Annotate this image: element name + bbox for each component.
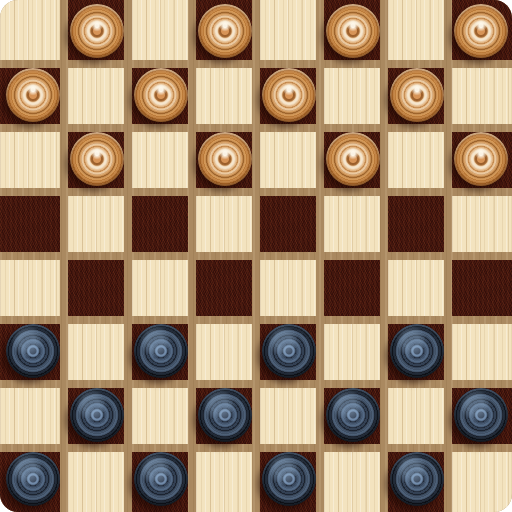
wood-piece[interactable] (198, 4, 252, 58)
square-r5c7 (452, 324, 512, 380)
blue-piece[interactable] (454, 388, 508, 442)
wood-piece[interactable] (134, 68, 188, 122)
square-r3c7 (452, 196, 512, 252)
square-r0c6 (388, 0, 444, 60)
wood-piece[interactable] (262, 68, 316, 122)
square-r6c0 (0, 388, 60, 444)
wood-piece[interactable] (326, 4, 380, 58)
square-r1c7 (452, 68, 512, 124)
square-r4c4 (260, 260, 316, 316)
wood-piece[interactable] (390, 68, 444, 122)
square-r4c6 (388, 260, 444, 316)
square-r7c1 (68, 452, 124, 512)
square-r3c6[interactable] (388, 196, 444, 252)
square-r7c7 (452, 452, 512, 512)
square-r4c7[interactable] (452, 260, 512, 316)
square-r2c0 (0, 132, 60, 188)
square-r0c2 (132, 0, 188, 60)
square-r3c3 (196, 196, 252, 252)
wood-piece[interactable] (454, 132, 508, 186)
blue-piece[interactable] (262, 324, 316, 378)
square-r3c0[interactable] (0, 196, 60, 252)
blue-piece[interactable] (134, 324, 188, 378)
blue-piece[interactable] (390, 452, 444, 506)
square-r7c3 (196, 452, 252, 512)
square-r3c1 (68, 196, 124, 252)
square-r5c1 (68, 324, 124, 380)
wood-piece[interactable] (326, 132, 380, 186)
square-r1c3 (196, 68, 252, 124)
square-r4c0 (0, 260, 60, 316)
wood-piece[interactable] (70, 132, 124, 186)
square-r4c3[interactable] (196, 260, 252, 316)
square-r3c5 (324, 196, 380, 252)
square-r3c2[interactable] (132, 196, 188, 252)
square-r2c2 (132, 132, 188, 188)
square-r5c3 (196, 324, 252, 380)
wood-piece[interactable] (198, 132, 252, 186)
square-r6c2 (132, 388, 188, 444)
square-r6c6 (388, 388, 444, 444)
blue-piece[interactable] (70, 388, 124, 442)
square-r2c6 (388, 132, 444, 188)
square-r0c0 (0, 0, 60, 60)
blue-piece[interactable] (262, 452, 316, 506)
square-r6c4 (260, 388, 316, 444)
blue-piece[interactable] (6, 452, 60, 506)
blue-piece[interactable] (390, 324, 444, 378)
wood-piece[interactable] (6, 68, 60, 122)
wood-piece[interactable] (70, 4, 124, 58)
wood-piece[interactable] (454, 4, 508, 58)
square-r7c5 (324, 452, 380, 512)
square-r4c1[interactable] (68, 260, 124, 316)
square-r4c5[interactable] (324, 260, 380, 316)
square-r3c4[interactable] (260, 196, 316, 252)
blue-piece[interactable] (198, 388, 252, 442)
square-r1c5 (324, 68, 380, 124)
square-r4c2 (132, 260, 188, 316)
blue-piece[interactable] (6, 324, 60, 378)
square-r1c1 (68, 68, 124, 124)
square-r0c4 (260, 0, 316, 60)
square-r2c4 (260, 132, 316, 188)
checkers-board (0, 0, 512, 512)
blue-piece[interactable] (134, 452, 188, 506)
square-r5c5 (324, 324, 380, 380)
blue-piece[interactable] (326, 388, 380, 442)
